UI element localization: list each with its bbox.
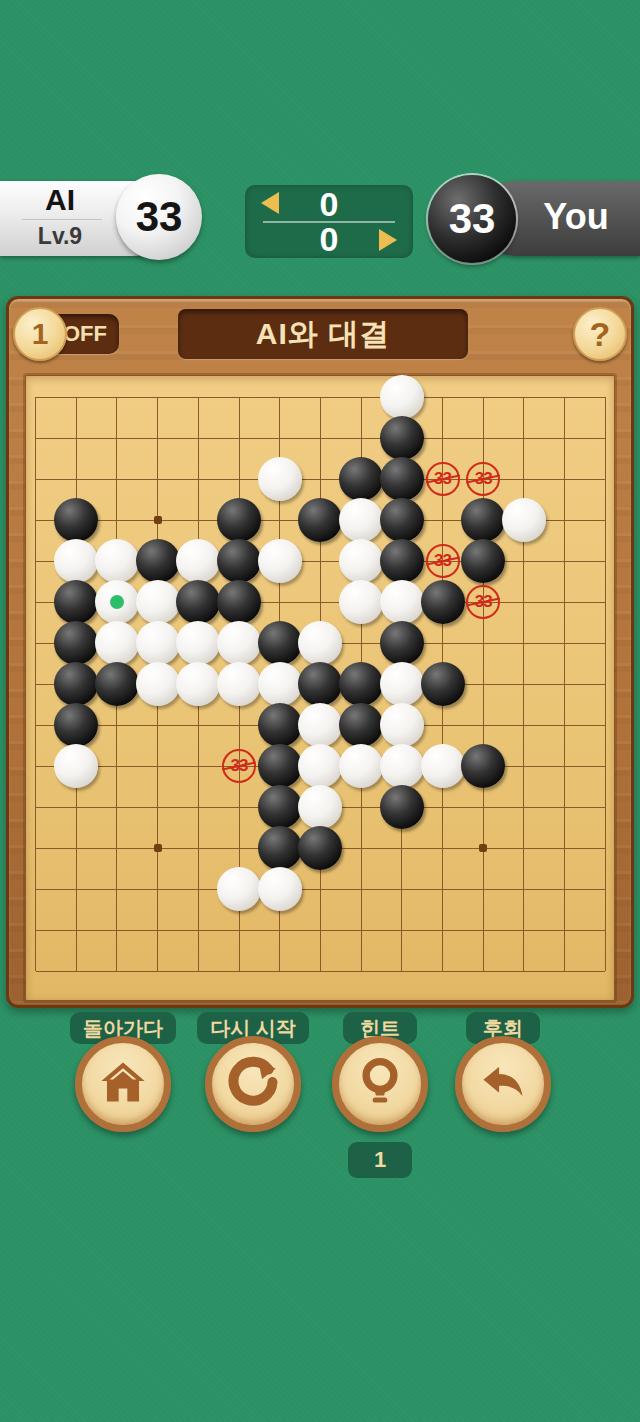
white-stone [136,662,180,706]
coin-1-badge[interactable]: 1 [13,307,67,361]
white-stone [380,744,424,788]
black-stone [54,621,98,665]
black-stone [217,498,261,542]
app-screen: AI Lv.9 33 0 0 33 You OFF 1 AI와 대결 ? 333… [0,0,640,1422]
white-stone [95,621,139,665]
counter-top-value: 0 [245,187,413,221]
white-stone [298,744,342,788]
white-stone [380,662,424,706]
black-stone [217,580,261,624]
white-stone [217,662,261,706]
black-stone [298,498,342,542]
black-stone [461,744,505,788]
white-stone [339,744,383,788]
grid-line-v [564,397,565,971]
white-stone [176,539,220,583]
restart-icon [227,1056,279,1112]
white-stone [258,457,302,501]
forbidden-33-marker: 33 [466,585,500,619]
undo-button[interactable] [455,1036,551,1132]
black-stone [136,539,180,583]
black-stone [54,580,98,624]
hint-button[interactable] [332,1036,428,1132]
white-stone [258,539,302,583]
white-stone [54,744,98,788]
black-stone [258,826,302,870]
black-stone [54,662,98,706]
black-stone [298,662,342,706]
grid-line-h [36,971,606,972]
white-stone [380,703,424,747]
ai-pill-divider [22,219,102,220]
white-stone [339,498,383,542]
white-stone [136,580,180,624]
black-stone [176,580,220,624]
page-title: AI와 대결 [178,309,468,359]
white-stone [95,580,139,624]
grid-line-v [605,397,606,971]
black-stone [298,826,342,870]
grid-line-v [523,397,524,971]
black-stone [380,457,424,501]
white-stone [380,580,424,624]
white-stone [95,539,139,583]
black-stone [339,703,383,747]
black-stone [461,539,505,583]
white-stone [298,703,342,747]
you-stone-counter: 33 [428,175,516,263]
ai-stone-counter: 33 [116,174,202,260]
back-home-button[interactable] [75,1036,171,1132]
forbidden-33-marker: 33 [466,462,500,496]
black-stone [258,785,302,829]
forbidden-33-marker: 33 [222,749,256,783]
white-stone [339,580,383,624]
black-stone [54,703,98,747]
home-icon [97,1056,149,1112]
white-stone [258,867,302,911]
black-stone [421,662,465,706]
white-stone [176,662,220,706]
black-stone [95,662,139,706]
black-stone [380,539,424,583]
forbidden-33-marker: 33 [426,462,460,496]
grid-line-h [36,930,606,931]
black-stone [258,744,302,788]
ai-player-name: AI [14,183,106,217]
black-stone [339,457,383,501]
black-stone [380,621,424,665]
white-stone [298,621,342,665]
white-stone [258,662,302,706]
counter-right-arrow-icon[interactable] [379,229,397,251]
forbidden-33-marker: 33 [426,544,460,578]
white-stone [176,621,220,665]
white-stone [380,375,424,419]
white-stone [217,867,261,911]
undo-icon [477,1056,529,1112]
wood-panel: OFF 1 AI와 대결 ? 3333333333 [6,296,634,1008]
black-stone [380,416,424,460]
black-stone [380,498,424,542]
white-stone [217,621,261,665]
star-point [154,844,162,852]
white-stone [502,498,546,542]
black-stone [258,621,302,665]
star-point [479,844,487,852]
black-stone [217,539,261,583]
grid-line-h [36,889,606,890]
help-button[interactable]: ? [573,307,627,361]
white-stone [136,621,180,665]
score-counter-box: 0 0 [245,185,413,258]
white-stone [298,785,342,829]
you-player-name: You [520,196,632,238]
black-stone [461,498,505,542]
black-stone [421,580,465,624]
black-stone [339,662,383,706]
white-stone [421,744,465,788]
star-point [154,516,162,524]
white-stone [339,539,383,583]
ai-player-level: Lv.9 [14,223,106,250]
white-stone [54,539,98,583]
black-stone [258,703,302,747]
black-stone [380,785,424,829]
black-stone [54,498,98,542]
last-move-dot [110,595,124,609]
game-board[interactable]: 3333333333 [25,375,615,1001]
hint-bulb-icon [354,1056,406,1112]
hint-count-badge: 1 [348,1142,412,1178]
restart-button[interactable] [205,1036,301,1132]
